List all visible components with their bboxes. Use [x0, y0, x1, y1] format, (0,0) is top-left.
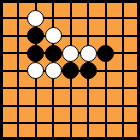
- board-intersection[interactable]: [44, 79, 62, 97]
- board-intersection[interactable]: [97, 97, 115, 115]
- board-intersection[interactable]: [27, 79, 45, 97]
- board-intersection[interactable]: [97, 79, 115, 97]
- board-intersection[interactable]: [9, 27, 27, 45]
- board-intersection[interactable]: [27, 97, 45, 115]
- board-intersection[interactable]: [27, 9, 45, 27]
- board-intersection[interactable]: [9, 97, 27, 115]
- board-intersection[interactable]: [44, 114, 62, 132]
- board-intersection[interactable]: [9, 44, 27, 62]
- board-intersection[interactable]: [114, 79, 132, 97]
- board-intersection[interactable]: [9, 9, 27, 27]
- board-intersection[interactable]: [97, 9, 115, 27]
- board-intersection[interactable]: [27, 62, 45, 80]
- go-board[interactable]: [0, 0, 140, 140]
- board-intersection[interactable]: [79, 27, 97, 45]
- board-intersection[interactable]: [79, 62, 97, 80]
- board-intersection[interactable]: [79, 97, 97, 115]
- black-stone: [97, 45, 114, 62]
- board-intersections: [9, 9, 132, 132]
- board-intersection[interactable]: [62, 79, 80, 97]
- board-intersection[interactable]: [44, 9, 62, 27]
- board-intersection[interactable]: [114, 44, 132, 62]
- white-stone: [27, 62, 44, 79]
- board-intersection[interactable]: [62, 27, 80, 45]
- board-intersection[interactable]: [97, 27, 115, 45]
- black-stone: [27, 45, 44, 62]
- board-intersection[interactable]: [9, 114, 27, 132]
- board-intersection[interactable]: [97, 44, 115, 62]
- white-stone: [80, 45, 97, 62]
- board-intersection[interactable]: [44, 27, 62, 45]
- white-stone: [27, 10, 44, 27]
- board-intersection[interactable]: [79, 9, 97, 27]
- white-stone: [62, 45, 79, 62]
- black-stone: [45, 45, 62, 62]
- board-intersection[interactable]: [114, 114, 132, 132]
- board-intersection[interactable]: [44, 44, 62, 62]
- board-intersection[interactable]: [79, 79, 97, 97]
- board-intersection[interactable]: [44, 97, 62, 115]
- board-intersection[interactable]: [114, 27, 132, 45]
- white-stone: [45, 62, 62, 79]
- board-intersection[interactable]: [79, 114, 97, 132]
- black-stone: [27, 27, 44, 44]
- board-intersection[interactable]: [62, 9, 80, 27]
- board-intersection[interactable]: [9, 62, 27, 80]
- white-stone: [45, 27, 62, 44]
- board-intersection[interactable]: [62, 114, 80, 132]
- black-stone: [62, 62, 79, 79]
- board-intersection[interactable]: [27, 27, 45, 45]
- board-intersection[interactable]: [97, 62, 115, 80]
- board-intersection[interactable]: [114, 97, 132, 115]
- board-intersection[interactable]: [9, 79, 27, 97]
- board-intersection[interactable]: [97, 114, 115, 132]
- board-intersection[interactable]: [114, 62, 132, 80]
- board-intersection[interactable]: [62, 44, 80, 62]
- board-intersection[interactable]: [62, 97, 80, 115]
- board-intersection[interactable]: [27, 44, 45, 62]
- black-stone: [80, 62, 97, 79]
- board-intersection[interactable]: [114, 9, 132, 27]
- board-intersection[interactable]: [62, 62, 80, 80]
- board-intersection[interactable]: [79, 44, 97, 62]
- board-intersection[interactable]: [27, 114, 45, 132]
- board-intersection[interactable]: [44, 62, 62, 80]
